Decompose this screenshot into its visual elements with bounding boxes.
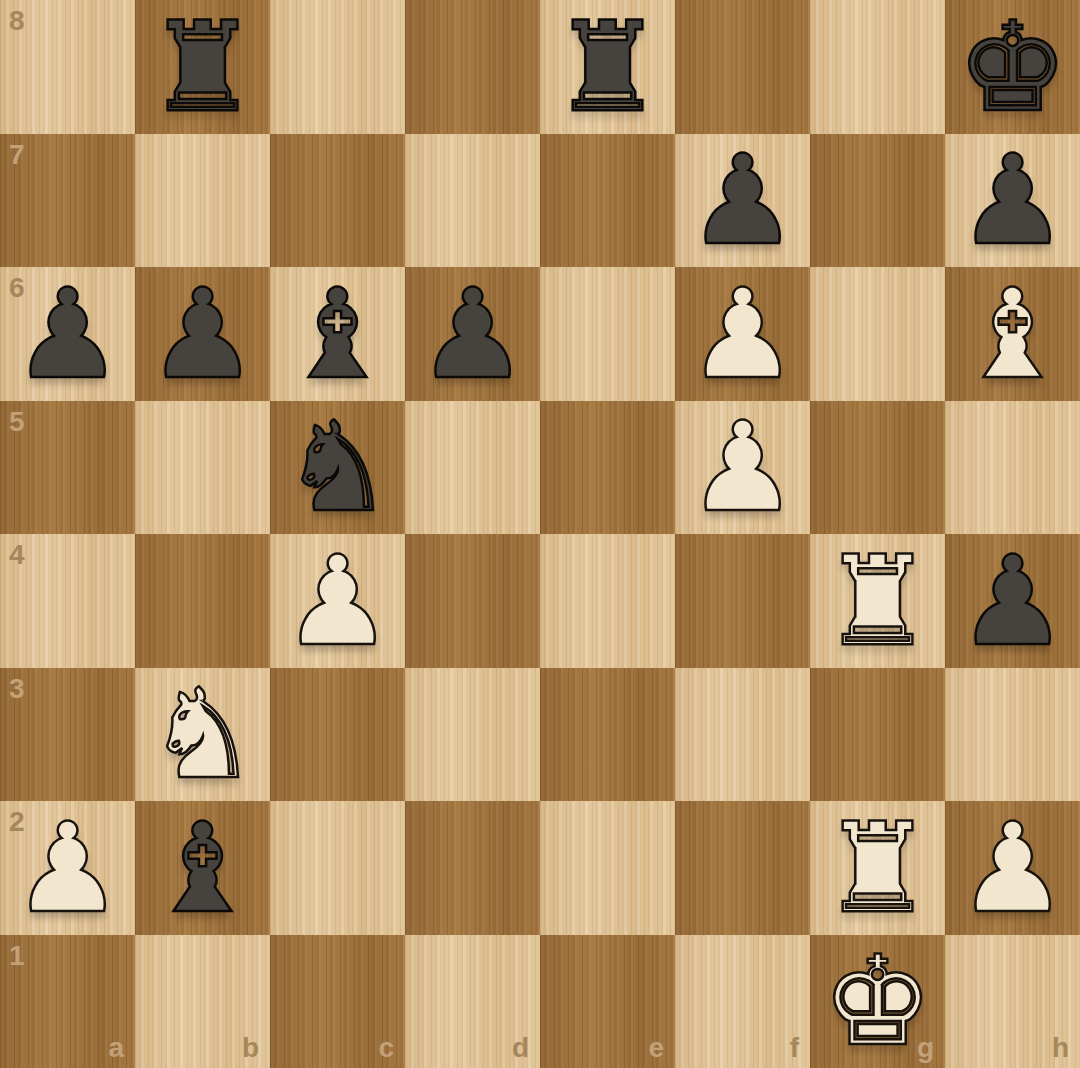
square-c1[interactable]: c [270,935,405,1068]
square-d5[interactable] [405,401,540,535]
rank-label-8: 8 [9,5,25,37]
file-label-d: d [512,1032,529,1064]
square-b5[interactable] [135,401,270,535]
piece-black-bishop[interactable]: ♝ [135,801,270,935]
square-c4[interactable]: ♟ [270,534,405,668]
square-c7[interactable] [270,134,405,268]
square-h5[interactable] [945,401,1080,535]
square-b1[interactable]: b [135,935,270,1068]
square-c6[interactable]: ♝ [270,267,405,401]
square-b2[interactable]: ♝ [135,801,270,935]
square-g6[interactable] [810,267,945,401]
square-f6[interactable]: ♟ [675,267,810,401]
square-a7[interactable]: 7 [0,134,135,268]
square-h4[interactable]: ♟ [945,534,1080,668]
square-e2[interactable] [540,801,675,935]
square-g5[interactable] [810,401,945,535]
square-c3[interactable] [270,668,405,802]
square-b8[interactable]: ♜ [135,0,270,134]
square-d6[interactable]: ♟ [405,267,540,401]
rank-label-3: 3 [9,673,25,705]
piece-white-pawn[interactable]: ♟ [0,801,135,935]
piece-black-pawn[interactable]: ♟ [675,134,810,268]
rank-label-5: 5 [9,406,25,438]
piece-black-knight[interactable]: ♞ [270,401,405,535]
piece-black-king[interactable]: ♚ [945,0,1080,134]
piece-black-pawn[interactable]: ♟ [0,267,135,401]
square-g1[interactable]: g♚ [810,935,945,1068]
file-label-a: a [108,1032,124,1064]
piece-white-pawn[interactable]: ♟ [675,267,810,401]
piece-white-king[interactable]: ♚ [810,935,945,1068]
square-h1[interactable]: h [945,935,1080,1068]
square-e6[interactable] [540,267,675,401]
piece-black-rook[interactable]: ♜ [540,0,675,134]
square-d3[interactable] [405,668,540,802]
square-d7[interactable] [405,134,540,268]
square-h8[interactable]: ♚ [945,0,1080,134]
square-d2[interactable] [405,801,540,935]
square-h3[interactable] [945,668,1080,802]
square-g8[interactable] [810,0,945,134]
square-g2[interactable]: ♜ [810,801,945,935]
square-f5[interactable]: ♟ [675,401,810,535]
file-label-f: f [790,1032,799,1064]
piece-black-rook[interactable]: ♜ [135,0,270,134]
file-label-e: e [648,1032,664,1064]
square-g7[interactable] [810,134,945,268]
square-f4[interactable] [675,534,810,668]
file-label-c: c [378,1032,394,1064]
square-a8[interactable]: 8 [0,0,135,134]
piece-black-pawn[interactable]: ♟ [405,267,540,401]
rank-label-1: 1 [9,940,25,972]
piece-black-bishop[interactable]: ♝ [270,267,405,401]
square-a1[interactable]: 1a [0,935,135,1068]
square-d4[interactable] [405,534,540,668]
square-e5[interactable] [540,401,675,535]
square-b7[interactable] [135,134,270,268]
square-g4[interactable]: ♜ [810,534,945,668]
square-g3[interactable] [810,668,945,802]
square-b4[interactable] [135,534,270,668]
square-f7[interactable]: ♟ [675,134,810,268]
square-b3[interactable]: ♞ [135,668,270,802]
square-f2[interactable] [675,801,810,935]
square-h7[interactable]: ♟ [945,134,1080,268]
chess-board: 8♜♜♚7♟♟6♟♟♝♟♟♝5♞♟4♟♜♟3♞2♟♝♜♟1abcdefg♚h [0,0,1080,1068]
piece-white-rook[interactable]: ♜ [810,534,945,668]
square-d8[interactable] [405,0,540,134]
square-h2[interactable]: ♟ [945,801,1080,935]
square-f3[interactable] [675,668,810,802]
square-c2[interactable] [270,801,405,935]
piece-white-rook[interactable]: ♜ [810,801,945,935]
square-e8[interactable]: ♜ [540,0,675,134]
square-e4[interactable] [540,534,675,668]
square-h6[interactable]: ♝ [945,267,1080,401]
square-c8[interactable] [270,0,405,134]
rank-label-4: 4 [9,539,25,571]
square-a4[interactable]: 4 [0,534,135,668]
square-e3[interactable] [540,668,675,802]
square-e7[interactable] [540,134,675,268]
piece-white-bishop[interactable]: ♝ [945,267,1080,401]
file-label-h: h [1052,1032,1069,1064]
piece-white-knight[interactable]: ♞ [135,668,270,802]
rank-label-7: 7 [9,139,25,171]
square-a6[interactable]: 6♟ [0,267,135,401]
square-e1[interactable]: e [540,935,675,1068]
square-f1[interactable]: f [675,935,810,1068]
square-c5[interactable]: ♞ [270,401,405,535]
square-a2[interactable]: 2♟ [0,801,135,935]
piece-white-pawn[interactable]: ♟ [270,534,405,668]
square-a3[interactable]: 3 [0,668,135,802]
piece-black-pawn[interactable]: ♟ [135,267,270,401]
piece-black-pawn[interactable]: ♟ [945,134,1080,268]
piece-white-pawn[interactable]: ♟ [945,801,1080,935]
piece-black-pawn[interactable]: ♟ [945,534,1080,668]
file-label-b: b [242,1032,259,1064]
piece-white-pawn[interactable]: ♟ [675,401,810,535]
square-d1[interactable]: d [405,935,540,1068]
square-f8[interactable] [675,0,810,134]
square-a5[interactable]: 5 [0,401,135,535]
square-b6[interactable]: ♟ [135,267,270,401]
